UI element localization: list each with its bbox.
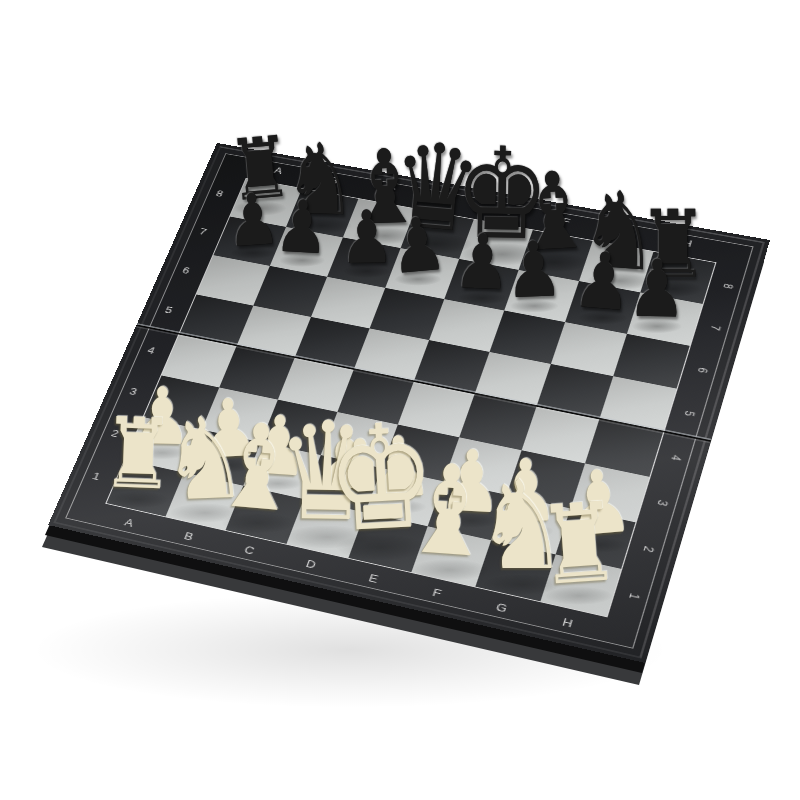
piece-black-pawn-b7[interactable]: ♟: [273, 190, 331, 265]
chess-set-photo: ABCDEFGHABCDEFGH8765432187654321 ♜♞♝♛♚♝♞…: [0, 0, 800, 800]
piece-black-pawn-g7[interactable]: ♟: [570, 240, 635, 323]
piece-white-rook-h1[interactable]: ♜: [534, 487, 623, 601]
piece-black-pawn-e7[interactable]: ♟: [452, 224, 512, 302]
piece-black-pawn-f7[interactable]: ♟: [504, 231, 564, 310]
piece-black-pawn-d7[interactable]: ♟: [387, 206, 449, 285]
piece-black-pawn-h7[interactable]: ♟: [627, 250, 688, 330]
